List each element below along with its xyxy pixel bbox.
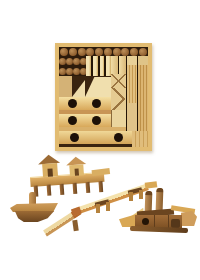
- pier-platform-extension: [92, 168, 111, 176]
- steamship-model: [118, 183, 198, 241]
- house-body: [42, 163, 58, 177]
- funnel-cap: [156, 188, 163, 192]
- house-body: [69, 164, 84, 176]
- plain-plank: [111, 110, 126, 127]
- round-peg: [59, 58, 66, 65]
- narrow-plank-stack: [86, 56, 111, 76]
- porthole: [142, 218, 149, 225]
- round-hole: [68, 116, 77, 125]
- round-hole: [114, 133, 123, 142]
- stern-wedge: [181, 211, 197, 226]
- block-tray: [55, 43, 152, 151]
- stilt-house: [65, 156, 88, 179]
- peg-grid: [59, 56, 86, 76]
- striped-column-block: [126, 65, 137, 103]
- round-peg: [66, 58, 73, 65]
- square-block: [132, 131, 148, 147]
- arch-plank-with-holes: [59, 114, 111, 127]
- round-peg: [60, 48, 68, 56]
- round-peg: [59, 68, 66, 75]
- round-peg: [78, 48, 86, 56]
- product-photo: [0, 0, 200, 280]
- round-peg: [66, 68, 73, 75]
- trestle-leg: [106, 202, 110, 211]
- round-peg: [73, 58, 80, 65]
- square-block: [137, 56, 148, 65]
- house-door: [47, 168, 53, 176]
- narrow-plank: [86, 56, 91, 76]
- ship-keel: [130, 226, 188, 233]
- round-peg: [73, 68, 80, 75]
- narrow-plank: [100, 56, 105, 76]
- round-peg: [69, 48, 77, 56]
- triangle-block: [72, 80, 85, 97]
- square-block: [126, 103, 137, 131]
- narrow-plank: [93, 56, 98, 76]
- round-hole: [70, 133, 79, 142]
- stilt-house: [38, 154, 61, 177]
- trestle-leg: [96, 204, 100, 213]
- funnel-peg: [156, 188, 164, 211]
- wide-plank: [119, 56, 126, 74]
- round-hole: [92, 116, 101, 125]
- arch-plank-with-holes: [59, 97, 111, 110]
- round-peg: [130, 48, 138, 56]
- trapezoid-roof-block: [85, 77, 111, 97]
- diagonal-cut-square: [111, 74, 126, 88]
- arch-plank-with-holes: [59, 131, 132, 144]
- round-hole: [68, 99, 77, 108]
- round-peg: [113, 48, 121, 56]
- bridge-support-leg: [72, 220, 78, 232]
- square-block: [126, 56, 137, 65]
- wide-plank: [111, 56, 118, 74]
- round-peg: [95, 48, 103, 56]
- square-block: [59, 76, 72, 97]
- round-hole: [92, 99, 101, 108]
- house-door: [75, 169, 79, 176]
- tray-recess-strip: [59, 144, 132, 147]
- round-peg: [121, 48, 129, 56]
- round-peg: [139, 48, 147, 56]
- funnel-cap: [145, 191, 152, 195]
- diagonal-cut-square: [111, 99, 126, 110]
- round-peg: [86, 48, 94, 56]
- striped-column-block: [137, 65, 148, 131]
- wide-plank-stack: [111, 56, 126, 74]
- round-peg: [104, 48, 112, 56]
- diagonal-cut-square: [111, 88, 126, 99]
